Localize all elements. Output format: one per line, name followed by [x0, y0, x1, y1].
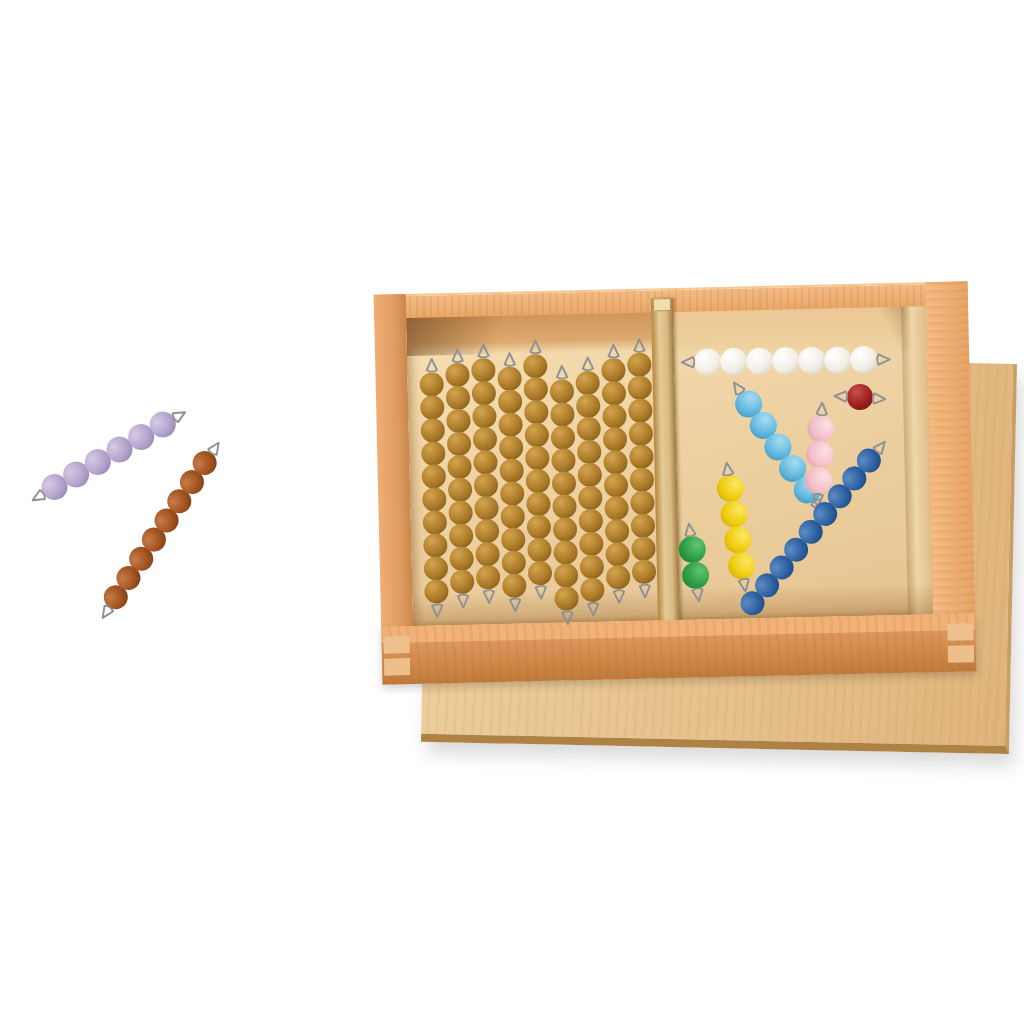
bead-golden: [449, 547, 474, 572]
bead-golden: [476, 565, 501, 590]
wire-loop: [606, 343, 619, 358]
bead-bar-white-7[interactable]: [681, 346, 890, 376]
bead-golden: [524, 400, 549, 425]
bead-golden: [528, 561, 553, 586]
bead-golden: [497, 366, 522, 391]
bead-white: [772, 347, 799, 374]
bead-golden: [421, 441, 446, 466]
bead-golden: [606, 565, 631, 590]
bead-golden: [474, 496, 499, 521]
bead-yellow: [715, 473, 746, 504]
bead-golden: [578, 463, 603, 488]
bead-golden: [604, 473, 629, 498]
wire-loop: [425, 357, 438, 372]
bead-pink: [806, 440, 834, 468]
bead-golden: [526, 492, 551, 517]
bead-white: [720, 348, 747, 375]
bead-golden: [551, 448, 576, 473]
bead-golden: [472, 381, 497, 406]
bead-golden: [449, 524, 474, 549]
bead-golden: [474, 473, 499, 498]
bead-golden: [472, 404, 497, 429]
box-right-wall: [926, 281, 976, 634]
bead-golden: [577, 440, 602, 465]
bead-golden: [630, 490, 655, 515]
bead-golden: [475, 542, 500, 567]
bead-white: [746, 348, 773, 375]
bead-golden: [605, 542, 630, 567]
bead-golden: [420, 395, 445, 420]
bead-golden: [473, 427, 498, 452]
bead-golden: [501, 527, 526, 552]
bead-golden: [602, 404, 627, 429]
bead-golden: [605, 519, 630, 544]
bead-golden: [630, 467, 655, 492]
finger-joint: [947, 623, 973, 641]
bead-golden: [575, 371, 600, 396]
bead-white: [694, 348, 721, 375]
bead-red: [846, 383, 874, 411]
wire-loop: [528, 339, 541, 354]
wire-loop: [638, 584, 651, 599]
wire-loop: [586, 602, 599, 617]
wire-loop: [482, 589, 495, 604]
finger-joint: [948, 645, 974, 663]
bead-golden: [447, 432, 472, 457]
wire-loop: [430, 603, 443, 618]
bead-golden: [448, 501, 473, 526]
bead-pink: [807, 414, 835, 442]
bead-golden: [628, 398, 653, 423]
bead-golden: [550, 402, 575, 427]
bead-golden: [579, 532, 604, 557]
bead-golden: [501, 550, 526, 575]
bead-golden: [419, 372, 444, 397]
bead-golden: [446, 409, 471, 434]
bead-golden: [603, 427, 628, 452]
bead-golden: [527, 515, 552, 540]
bead-golden: [632, 559, 657, 584]
bead-golden: [471, 358, 496, 383]
bead-green: [680, 560, 710, 590]
bead-golden: [603, 450, 628, 475]
bead-golden: [631, 513, 656, 538]
wire-loop: [680, 356, 695, 369]
bead-white: [850, 346, 877, 373]
bead-bar-red-1[interactable]: [833, 382, 887, 411]
wire-loop: [872, 391, 888, 405]
wire-loop: [612, 589, 625, 604]
bead-golden: [450, 570, 475, 595]
bead-golden: [445, 363, 470, 388]
bead-golden: [523, 354, 548, 379]
bead-golden: [629, 421, 654, 446]
bead-golden: [422, 487, 447, 512]
wire-loop: [632, 338, 645, 353]
wire-loop: [508, 598, 521, 613]
bead-white: [824, 346, 851, 373]
wire-loop: [560, 610, 573, 625]
bead-golden: [524, 377, 549, 402]
bead-golden: [580, 555, 605, 580]
bead-golden: [423, 533, 448, 558]
wire-loop: [581, 356, 594, 371]
wire-loop: [720, 460, 735, 477]
bead-golden: [601, 358, 626, 383]
bead-golden: [578, 486, 603, 511]
bead-golden: [473, 450, 498, 475]
bead-golden: [525, 423, 550, 448]
finger-joint: [384, 658, 410, 676]
bead-yellow: [719, 499, 750, 530]
bead-golden: [552, 494, 577, 519]
bead-golden: [580, 578, 605, 603]
bead-golden: [475, 519, 500, 544]
bead-bar-purple-6[interactable]: [26, 400, 192, 511]
bead-golden: [498, 389, 523, 414]
wire-loop: [876, 353, 891, 366]
bead-golden: [579, 509, 604, 534]
bead-golden: [576, 417, 601, 442]
bead-golden: [553, 540, 578, 565]
bead-golden: [526, 469, 551, 494]
bead-golden: [500, 481, 525, 506]
bead-golden: [629, 444, 654, 469]
wire-loop: [555, 364, 568, 379]
wire-loop: [691, 587, 706, 604]
bead-golden: [422, 464, 447, 489]
wire-loop: [450, 348, 463, 363]
wire-loop: [833, 389, 849, 403]
wire-loop: [502, 352, 515, 367]
bead-golden: [553, 517, 578, 542]
bead-box[interactable]: [374, 281, 977, 684]
bead-golden: [554, 586, 579, 611]
bead-golden: [447, 455, 472, 480]
scene-montessori-bead-box-photo: [0, 0, 1024, 1024]
bead-golden: [627, 353, 652, 378]
bead-golden: [525, 446, 550, 471]
bead-golden: [423, 510, 448, 535]
bead-yellow: [723, 525, 754, 556]
bead-golden: [448, 478, 473, 503]
wire-loop: [456, 594, 469, 609]
bead-golden: [552, 471, 577, 496]
bead-golden: [628, 376, 653, 401]
bead-golden: [420, 418, 445, 443]
bead-golden: [604, 496, 629, 521]
bead-golden: [502, 573, 527, 598]
wire-loop: [682, 521, 697, 538]
wire-loop: [476, 343, 489, 358]
bead-golden: [551, 425, 576, 450]
bead-white: [798, 347, 825, 374]
bead-yellow: [726, 550, 757, 581]
wire-loop: [534, 585, 547, 600]
bead-golden: [499, 458, 524, 483]
bead-golden: [446, 386, 471, 411]
bead-golden: [498, 412, 523, 437]
wire-loop: [815, 401, 829, 417]
bead-golden: [602, 381, 627, 406]
bead-golden: [424, 556, 449, 581]
bead-golden: [631, 536, 656, 561]
bead-green: [677, 534, 707, 564]
bead-golden: [424, 579, 449, 604]
bead-golden: [499, 435, 524, 460]
bead-golden: [576, 394, 601, 419]
bead-golden: [550, 379, 575, 404]
bead-golden: [500, 504, 525, 529]
bead-golden: [527, 538, 552, 563]
finger-joint: [383, 636, 409, 654]
bead-golden: [554, 563, 579, 588]
